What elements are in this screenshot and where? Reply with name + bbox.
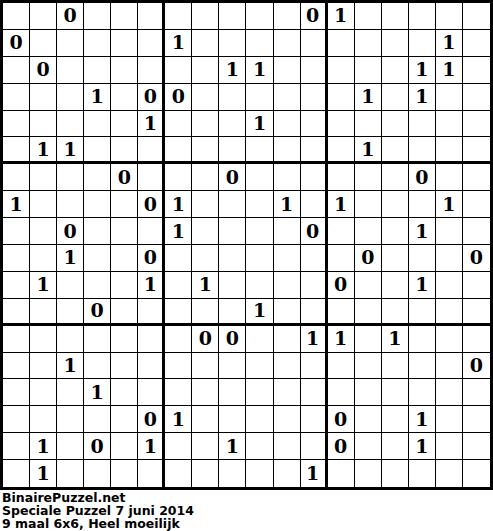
cell-r17-c7[interactable] [192, 460, 219, 487]
cell-r17-c16[interactable] [436, 460, 463, 487]
cell-r8-c8[interactable] [219, 218, 246, 245]
cell-r11-c8[interactable] [219, 299, 246, 326]
cell-r12-c17[interactable] [463, 326, 490, 353]
cell-r6-c5[interactable] [138, 164, 165, 191]
cell-r7-c6[interactable]: 1 [165, 191, 192, 218]
cell-r12-c16[interactable] [436, 326, 463, 353]
cell-r17-c13[interactable] [355, 460, 382, 487]
cell-r12-c4[interactable] [111, 326, 138, 353]
cell-r15-c9[interactable] [246, 406, 273, 433]
cell-r17-c12[interactable] [328, 460, 355, 487]
cell-r3-c13[interactable]: 1 [355, 84, 382, 111]
cell-r5-c11[interactable] [301, 137, 328, 164]
cell-r2-c16[interactable]: 1 [436, 57, 463, 84]
cell-r14-c11[interactable] [301, 379, 328, 406]
cell-r3-c14[interactable] [382, 84, 409, 111]
cell-r12-c14[interactable]: 1 [382, 326, 409, 353]
cell-r14-c9[interactable] [246, 379, 273, 406]
cell-r8-c13[interactable] [355, 218, 382, 245]
cell-r17-c6[interactable] [165, 460, 192, 487]
cell-r16-c6[interactable] [165, 433, 192, 460]
cell-r14-c2[interactable] [57, 379, 84, 406]
cell-r13-c8[interactable] [219, 353, 246, 380]
cell-r2-c2[interactable] [57, 57, 84, 84]
cell-r3-c16[interactable] [436, 84, 463, 111]
cell-r6-c9[interactable] [246, 164, 273, 191]
cell-r16-c5[interactable]: 1 [138, 433, 165, 460]
cell-r6-c6[interactable] [165, 164, 192, 191]
cell-r14-c12[interactable] [328, 379, 355, 406]
cell-r7-c2[interactable] [57, 191, 84, 218]
cell-r8-c16[interactable] [436, 218, 463, 245]
cell-r15-c4[interactable] [111, 406, 138, 433]
cell-r0-c17[interactable] [463, 3, 490, 30]
cell-r0-c8[interactable] [219, 3, 246, 30]
cell-r16-c15[interactable]: 1 [409, 433, 436, 460]
cell-r13-c7[interactable] [192, 353, 219, 380]
cell-r0-c3[interactable] [84, 3, 111, 30]
cell-r8-c12[interactable] [328, 218, 355, 245]
cell-r5-c13[interactable]: 1 [355, 137, 382, 164]
cell-r11-c14[interactable] [382, 299, 409, 326]
cell-r11-c16[interactable] [436, 299, 463, 326]
cell-r8-c5[interactable] [138, 218, 165, 245]
cell-r2-c15[interactable]: 1 [409, 57, 436, 84]
cell-r4-c8[interactable] [219, 111, 246, 138]
cell-r12-c13[interactable] [355, 326, 382, 353]
cell-r9-c5[interactable]: 0 [138, 245, 165, 272]
cell-r14-c8[interactable] [219, 379, 246, 406]
cell-r16-c12[interactable]: 0 [328, 433, 355, 460]
cell-r16-c11[interactable] [301, 433, 328, 460]
cell-r14-c1[interactable] [30, 379, 57, 406]
cell-r0-c7[interactable] [192, 3, 219, 30]
cell-r2-c14[interactable] [382, 57, 409, 84]
cell-r3-c3[interactable]: 1 [84, 84, 111, 111]
cell-r2-c4[interactable] [111, 57, 138, 84]
cell-r6-c2[interactable] [57, 164, 84, 191]
cell-r13-c5[interactable] [138, 353, 165, 380]
cell-r9-c4[interactable] [111, 245, 138, 272]
cell-r10-c3[interactable] [84, 272, 111, 299]
cell-r4-c14[interactable] [382, 111, 409, 138]
cell-r1-c0[interactable]: 0 [3, 30, 30, 57]
cell-r6-c16[interactable] [436, 164, 463, 191]
cell-r0-c1[interactable] [30, 3, 57, 30]
cell-r11-c7[interactable] [192, 299, 219, 326]
cell-r11-c15[interactable] [409, 299, 436, 326]
cell-r2-c11[interactable] [301, 57, 328, 84]
cell-r14-c15[interactable] [409, 379, 436, 406]
cell-r9-c11[interactable] [301, 245, 328, 272]
cell-r10-c2[interactable] [57, 272, 84, 299]
cell-r1-c2[interactable] [57, 30, 84, 57]
cell-r10-c16[interactable] [436, 272, 463, 299]
cell-r7-c1[interactable] [30, 191, 57, 218]
cell-r3-c8[interactable] [219, 84, 246, 111]
cell-r13-c9[interactable] [246, 353, 273, 380]
cell-r7-c7[interactable] [192, 191, 219, 218]
cell-r16-c4[interactable] [111, 433, 138, 460]
cell-r15-c5[interactable]: 0 [138, 406, 165, 433]
cell-r14-c6[interactable] [165, 379, 192, 406]
cell-r6-c10[interactable] [274, 164, 301, 191]
cell-r15-c2[interactable] [57, 406, 84, 433]
cell-r12-c2[interactable] [57, 326, 84, 353]
cell-r4-c13[interactable] [355, 111, 382, 138]
cell-r4-c3[interactable] [84, 111, 111, 138]
cell-r7-c11[interactable] [301, 191, 328, 218]
cell-r9-c0[interactable] [3, 245, 30, 272]
cell-r0-c12[interactable]: 1 [328, 3, 355, 30]
cell-r15-c10[interactable] [274, 406, 301, 433]
cell-r15-c17[interactable] [463, 406, 490, 433]
cell-r16-c13[interactable] [355, 433, 382, 460]
cell-r4-c7[interactable] [192, 111, 219, 138]
cell-r11-c6[interactable] [165, 299, 192, 326]
cell-r6-c12[interactable] [328, 164, 355, 191]
cell-r3-c2[interactable] [57, 84, 84, 111]
cell-r6-c3[interactable] [84, 164, 111, 191]
cell-r3-c7[interactable] [192, 84, 219, 111]
cell-r6-c14[interactable] [382, 164, 409, 191]
cell-r13-c1[interactable] [30, 353, 57, 380]
cell-r17-c17[interactable] [463, 460, 490, 487]
cell-r17-c0[interactable] [3, 460, 30, 487]
cell-r0-c0[interactable] [3, 3, 30, 30]
cell-r10-c8[interactable] [219, 272, 246, 299]
cell-r8-c14[interactable] [382, 218, 409, 245]
cell-r15-c11[interactable] [301, 406, 328, 433]
cell-r1-c14[interactable] [382, 30, 409, 57]
cell-r7-c12[interactable]: 1 [328, 191, 355, 218]
cell-r9-c13[interactable]: 0 [355, 245, 382, 272]
cell-r8-c10[interactable] [274, 218, 301, 245]
cell-r0-c4[interactable] [111, 3, 138, 30]
cell-r13-c2[interactable]: 1 [57, 353, 84, 380]
cell-r11-c13[interactable] [355, 299, 382, 326]
cell-r13-c11[interactable] [301, 353, 328, 380]
cell-r7-c9[interactable] [246, 191, 273, 218]
cell-r3-c15[interactable]: 1 [409, 84, 436, 111]
cell-r6-c8[interactable]: 0 [219, 164, 246, 191]
cell-r2-c6[interactable] [165, 57, 192, 84]
cell-r12-c8[interactable]: 0 [219, 326, 246, 353]
cell-r0-c13[interactable] [355, 3, 382, 30]
cell-r5-c0[interactable] [3, 137, 30, 164]
cell-r9-c6[interactable] [165, 245, 192, 272]
cell-r12-c12[interactable]: 1 [328, 326, 355, 353]
cell-r11-c1[interactable] [30, 299, 57, 326]
cell-r14-c10[interactable] [274, 379, 301, 406]
cell-r4-c10[interactable] [274, 111, 301, 138]
cell-r17-c3[interactable] [84, 460, 111, 487]
cell-r9-c1[interactable] [30, 245, 57, 272]
cell-r1-c17[interactable] [463, 30, 490, 57]
cell-r1-c7[interactable] [192, 30, 219, 57]
cell-r15-c7[interactable] [192, 406, 219, 433]
cell-r14-c16[interactable] [436, 379, 463, 406]
cell-r2-c8[interactable]: 1 [219, 57, 246, 84]
cell-r6-c4[interactable]: 0 [111, 164, 138, 191]
cell-r14-c7[interactable] [192, 379, 219, 406]
cell-r9-c17[interactable]: 0 [463, 245, 490, 272]
cell-r15-c16[interactable] [436, 406, 463, 433]
cell-r9-c14[interactable] [382, 245, 409, 272]
cell-r16-c2[interactable] [57, 433, 84, 460]
cell-r7-c5[interactable]: 0 [138, 191, 165, 218]
cell-r16-c7[interactable] [192, 433, 219, 460]
cell-r14-c0[interactable] [3, 379, 30, 406]
cell-r0-c16[interactable] [436, 3, 463, 30]
cell-r8-c15[interactable]: 1 [409, 218, 436, 245]
cell-r6-c17[interactable] [463, 164, 490, 191]
cell-r5-c3[interactable] [84, 137, 111, 164]
cell-r6-c15[interactable]: 0 [409, 164, 436, 191]
cell-r4-c4[interactable] [111, 111, 138, 138]
cell-r13-c6[interactable] [165, 353, 192, 380]
cell-r10-c4[interactable] [111, 272, 138, 299]
cell-r3-c4[interactable] [111, 84, 138, 111]
cell-r1-c5[interactable] [138, 30, 165, 57]
cell-r8-c3[interactable] [84, 218, 111, 245]
cell-r6-c1[interactable] [30, 164, 57, 191]
cell-r9-c16[interactable] [436, 245, 463, 272]
cell-r9-c8[interactable] [219, 245, 246, 272]
cell-r4-c2[interactable] [57, 111, 84, 138]
cell-r17-c2[interactable] [57, 460, 84, 487]
cell-r15-c8[interactable] [219, 406, 246, 433]
cell-r3-c5[interactable]: 0 [138, 84, 165, 111]
cell-r12-c10[interactable] [274, 326, 301, 353]
cell-r5-c12[interactable] [328, 137, 355, 164]
cell-r2-c1[interactable]: 0 [30, 57, 57, 84]
cell-r17-c10[interactable] [274, 460, 301, 487]
cell-r8-c0[interactable] [3, 218, 30, 245]
cell-r1-c11[interactable] [301, 30, 328, 57]
cell-r2-c17[interactable] [463, 57, 490, 84]
cell-r0-c10[interactable] [274, 3, 301, 30]
cell-r11-c10[interactable] [274, 299, 301, 326]
cell-r4-c16[interactable] [436, 111, 463, 138]
cell-r6-c11[interactable] [301, 164, 328, 191]
cell-r11-c12[interactable] [328, 299, 355, 326]
cell-r16-c14[interactable] [382, 433, 409, 460]
cell-r7-c0[interactable]: 1 [3, 191, 30, 218]
cell-r4-c11[interactable] [301, 111, 328, 138]
cell-r1-c3[interactable] [84, 30, 111, 57]
cell-r15-c12[interactable]: 0 [328, 406, 355, 433]
cell-r15-c6[interactable]: 1 [165, 406, 192, 433]
cell-r9-c15[interactable] [409, 245, 436, 272]
cell-r4-c1[interactable] [30, 111, 57, 138]
cell-r3-c9[interactable] [246, 84, 273, 111]
cell-r9-c3[interactable] [84, 245, 111, 272]
cell-r11-c11[interactable] [301, 299, 328, 326]
cell-r0-c2[interactable]: 0 [57, 3, 84, 30]
cell-r2-c3[interactable] [84, 57, 111, 84]
cell-r16-c8[interactable]: 1 [219, 433, 246, 460]
cell-r3-c6[interactable]: 0 [165, 84, 192, 111]
cell-r1-c9[interactable] [246, 30, 273, 57]
cell-r0-c9[interactable] [246, 3, 273, 30]
cell-r3-c1[interactable] [30, 84, 57, 111]
cell-r14-c13[interactable] [355, 379, 382, 406]
cell-r6-c13[interactable] [355, 164, 382, 191]
cell-r8-c11[interactable]: 0 [301, 218, 328, 245]
cell-r9-c9[interactable] [246, 245, 273, 272]
cell-r2-c5[interactable] [138, 57, 165, 84]
cell-r6-c7[interactable] [192, 164, 219, 191]
cell-r1-c15[interactable] [409, 30, 436, 57]
cell-r4-c12[interactable] [328, 111, 355, 138]
cell-r14-c4[interactable] [111, 379, 138, 406]
cell-r13-c17[interactable]: 0 [463, 353, 490, 380]
cell-r5-c5[interactable] [138, 137, 165, 164]
cell-r5-c16[interactable] [436, 137, 463, 164]
cell-r3-c10[interactable] [274, 84, 301, 111]
cell-r9-c12[interactable] [328, 245, 355, 272]
cell-r10-c0[interactable] [3, 272, 30, 299]
cell-r11-c2[interactable] [57, 299, 84, 326]
cell-r6-c0[interactable] [3, 164, 30, 191]
cell-r14-c14[interactable] [382, 379, 409, 406]
cell-r11-c9[interactable]: 1 [246, 299, 273, 326]
cell-r13-c0[interactable] [3, 353, 30, 380]
cell-r15-c15[interactable]: 1 [409, 406, 436, 433]
cell-r13-c16[interactable] [436, 353, 463, 380]
cell-r12-c7[interactable]: 0 [192, 326, 219, 353]
cell-r2-c7[interactable] [192, 57, 219, 84]
cell-r5-c6[interactable] [165, 137, 192, 164]
cell-r10-c13[interactable] [355, 272, 382, 299]
cell-r5-c4[interactable] [111, 137, 138, 164]
cell-r17-c11[interactable]: 1 [301, 460, 328, 487]
cell-r12-c6[interactable] [165, 326, 192, 353]
cell-r11-c0[interactable] [3, 299, 30, 326]
cell-r4-c9[interactable]: 1 [246, 111, 273, 138]
cell-r16-c3[interactable]: 0 [84, 433, 111, 460]
cell-r2-c0[interactable] [3, 57, 30, 84]
cell-r8-c6[interactable]: 1 [165, 218, 192, 245]
cell-r0-c5[interactable] [138, 3, 165, 30]
cell-r10-c17[interactable] [463, 272, 490, 299]
cell-r1-c1[interactable] [30, 30, 57, 57]
cell-r3-c0[interactable] [3, 84, 30, 111]
cell-r1-c16[interactable]: 1 [436, 30, 463, 57]
cell-r16-c0[interactable] [3, 433, 30, 460]
cell-r12-c1[interactable] [30, 326, 57, 353]
cell-r11-c3[interactable]: 0 [84, 299, 111, 326]
cell-r11-c5[interactable] [138, 299, 165, 326]
cell-r12-c5[interactable] [138, 326, 165, 353]
cell-r16-c9[interactable] [246, 433, 273, 460]
cell-r12-c3[interactable] [84, 326, 111, 353]
cell-r8-c17[interactable] [463, 218, 490, 245]
cell-r12-c15[interactable] [409, 326, 436, 353]
cell-r7-c8[interactable] [219, 191, 246, 218]
cell-r17-c4[interactable] [111, 460, 138, 487]
cell-r10-c10[interactable] [274, 272, 301, 299]
cell-r1-c8[interactable] [219, 30, 246, 57]
cell-r5-c1[interactable]: 1 [30, 137, 57, 164]
cell-r17-c15[interactable] [409, 460, 436, 487]
cell-r5-c2[interactable]: 1 [57, 137, 84, 164]
cell-r5-c17[interactable] [463, 137, 490, 164]
cell-r5-c14[interactable] [382, 137, 409, 164]
cell-r15-c1[interactable] [30, 406, 57, 433]
cell-r0-c14[interactable] [382, 3, 409, 30]
cell-r15-c14[interactable] [382, 406, 409, 433]
cell-r9-c7[interactable] [192, 245, 219, 272]
cell-r10-c11[interactable] [301, 272, 328, 299]
cell-r5-c9[interactable] [246, 137, 273, 164]
cell-r5-c15[interactable] [409, 137, 436, 164]
cell-r17-c8[interactable] [219, 460, 246, 487]
cell-r0-c6[interactable] [165, 3, 192, 30]
cell-r1-c6[interactable]: 1 [165, 30, 192, 57]
cell-r17-c14[interactable] [382, 460, 409, 487]
cell-r3-c12[interactable] [328, 84, 355, 111]
cell-r3-c17[interactable] [463, 84, 490, 111]
cell-r13-c3[interactable] [84, 353, 111, 380]
cell-r16-c1[interactable]: 1 [30, 433, 57, 460]
cell-r0-c11[interactable]: 0 [301, 3, 328, 30]
cell-r10-c14[interactable] [382, 272, 409, 299]
cell-r1-c4[interactable] [111, 30, 138, 57]
cell-r4-c0[interactable] [3, 111, 30, 138]
cell-r4-c5[interactable]: 1 [138, 111, 165, 138]
cell-r7-c16[interactable]: 1 [436, 191, 463, 218]
cell-r17-c1[interactable]: 1 [30, 460, 57, 487]
cell-r10-c9[interactable] [246, 272, 273, 299]
cell-r9-c10[interactable] [274, 245, 301, 272]
cell-r0-c15[interactable] [409, 3, 436, 30]
cell-r15-c0[interactable] [3, 406, 30, 433]
cell-r8-c2[interactable]: 0 [57, 218, 84, 245]
cell-r1-c12[interactable] [328, 30, 355, 57]
cell-r7-c10[interactable]: 1 [274, 191, 301, 218]
cell-r12-c9[interactable] [246, 326, 273, 353]
cell-r7-c15[interactable] [409, 191, 436, 218]
cell-r14-c5[interactable] [138, 379, 165, 406]
cell-r7-c14[interactable] [382, 191, 409, 218]
cell-r8-c4[interactable] [111, 218, 138, 245]
cell-r5-c8[interactable] [219, 137, 246, 164]
cell-r7-c17[interactable] [463, 191, 490, 218]
cell-r16-c10[interactable] [274, 433, 301, 460]
cell-r16-c17[interactable] [463, 433, 490, 460]
cell-r8-c9[interactable] [246, 218, 273, 245]
cell-r2-c10[interactable] [274, 57, 301, 84]
cell-r10-c5[interactable]: 1 [138, 272, 165, 299]
cell-r12-c11[interactable]: 1 [301, 326, 328, 353]
cell-r17-c5[interactable] [138, 460, 165, 487]
cell-r5-c10[interactable] [274, 137, 301, 164]
cell-r10-c12[interactable]: 0 [328, 272, 355, 299]
cell-r13-c4[interactable] [111, 353, 138, 380]
cell-r7-c3[interactable] [84, 191, 111, 218]
cell-r10-c1[interactable]: 1 [30, 272, 57, 299]
cell-r15-c13[interactable] [355, 406, 382, 433]
cell-r8-c7[interactable] [192, 218, 219, 245]
cell-r5-c7[interactable] [192, 137, 219, 164]
cell-r2-c9[interactable]: 1 [246, 57, 273, 84]
cell-r9-c2[interactable]: 1 [57, 245, 84, 272]
cell-r13-c12[interactable] [328, 353, 355, 380]
cell-r12-c0[interactable] [3, 326, 30, 353]
cell-r10-c6[interactable] [165, 272, 192, 299]
